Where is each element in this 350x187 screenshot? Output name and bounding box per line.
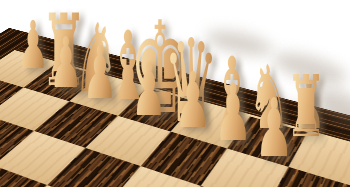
piece-white-pawn-c2: ♟ <box>214 74 252 153</box>
piece-white-pawn-e2: ♟ <box>131 52 167 126</box>
piece-white-pawn-d2: ♟ <box>174 62 211 139</box>
pieces-layer: ♜♞♝♚♛♝♞♜♟♟♟♟♟♟♟♟ <box>0 0 350 187</box>
piece-white-pawn-f2: ♟ <box>82 36 117 109</box>
chess-product-photo: ♜♞♝♚♛♝♞♜♟♟♟♟♟♟♟♟ <box>0 0 350 187</box>
piece-white-pawn-b2: ♟ <box>254 88 293 169</box>
